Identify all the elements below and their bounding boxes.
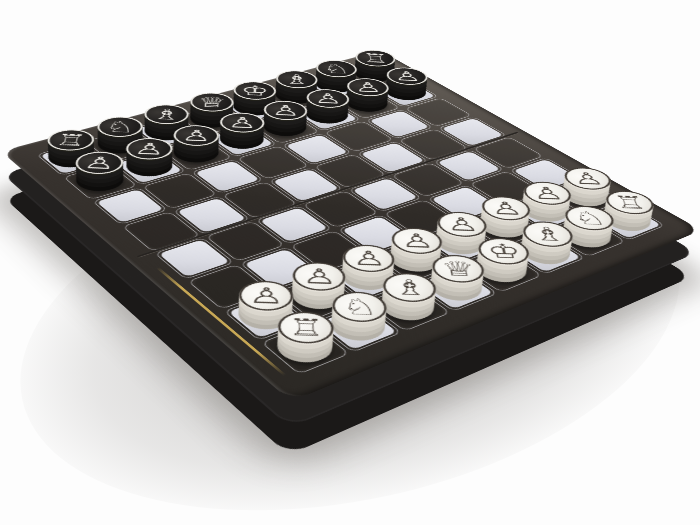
pawn-glyph: ♙ (180, 127, 212, 143)
chess-set-photo: ♖♘♗♕♔♗♘♖♙♙♙♙♙♙♙♙♙♙♙♙♙♙♙♙♖♘♗♕♔♗♘♖ (0, 0, 700, 525)
rook-glyph: ♖ (288, 315, 325, 339)
pawn-glyph: ♙ (392, 69, 421, 83)
bishop-glyph: ♗ (529, 224, 567, 244)
pawn-glyph: ♙ (351, 248, 387, 269)
rook-glyph: ♖ (54, 132, 89, 149)
bishop-glyph: ♗ (391, 276, 429, 298)
queen-glyph: ♕ (197, 95, 227, 110)
pawn-glyph: ♙ (570, 170, 606, 187)
pawn-glyph: ♙ (248, 284, 284, 307)
bishop-glyph: ♗ (283, 72, 311, 86)
pawn-glyph: ♙ (227, 115, 257, 131)
pawn-glyph: ♙ (313, 91, 342, 106)
pawn-glyph: ♙ (445, 215, 481, 234)
rook-glyph: ♖ (611, 193, 649, 211)
pawn-glyph: ♙ (530, 184, 566, 202)
pawn-glyph: ♙ (488, 199, 524, 218)
pawn-glyph: ♙ (399, 231, 435, 251)
pawn-glyph: ♙ (132, 140, 165, 157)
rook-glyph: ♖ (362, 52, 390, 65)
pawn-glyph: ♙ (82, 154, 117, 171)
knight-glyph: ♘ (571, 208, 609, 227)
bishop-glyph: ♗ (151, 107, 182, 122)
pawn-glyph: ♙ (301, 266, 337, 288)
knight-glyph: ♘ (323, 62, 351, 76)
knight-glyph: ♘ (341, 295, 378, 318)
pawn-glyph: ♙ (271, 103, 300, 118)
king-glyph: ♔ (241, 83, 269, 97)
pawn-glyph: ♙ (354, 80, 383, 94)
king-glyph: ♔ (485, 241, 523, 262)
queen-glyph: ♕ (439, 258, 477, 279)
knight-glyph: ♘ (103, 119, 136, 135)
